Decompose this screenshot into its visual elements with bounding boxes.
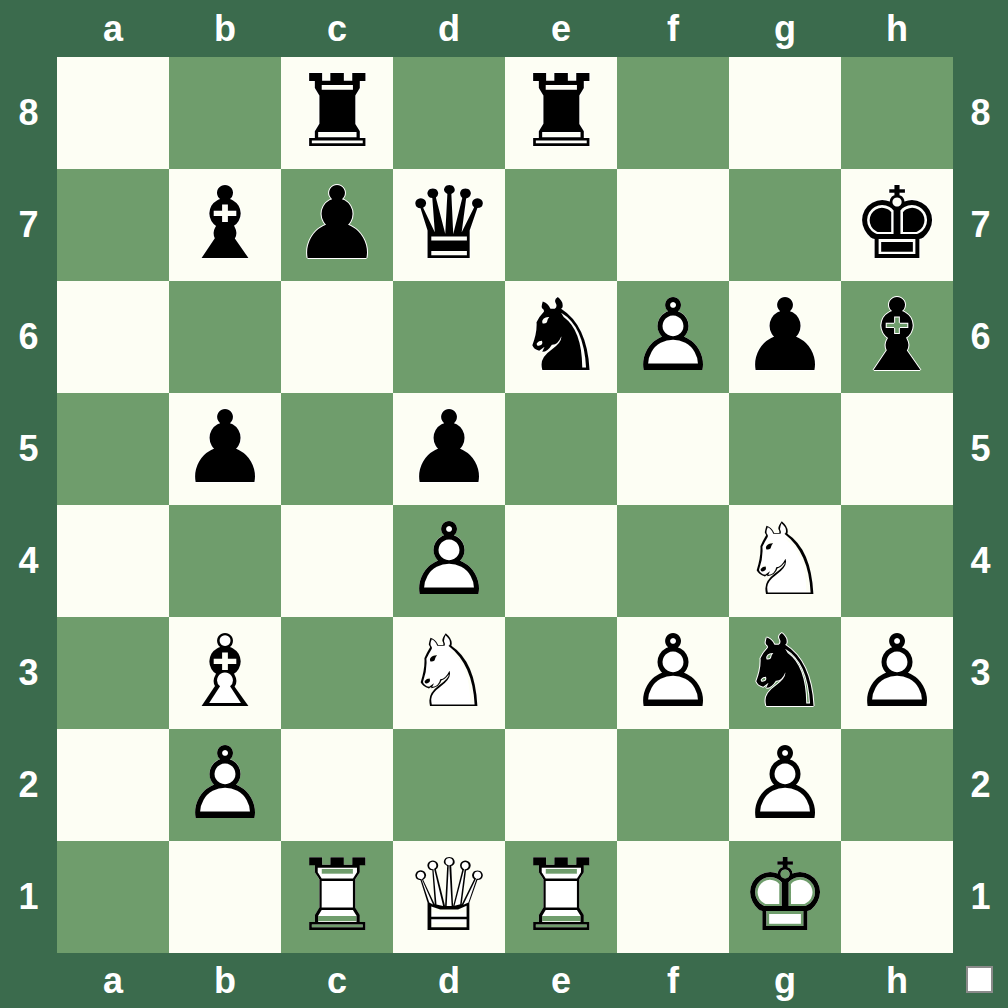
white-bishop-outline-glyph: ♗: [169, 617, 281, 729]
rank-label-4-right: 4: [953, 505, 1008, 617]
square-g4[interactable]: ♞♘: [729, 505, 841, 617]
black-bishop-glyph: ♝: [169, 169, 281, 281]
square-f3[interactable]: ♟♙: [617, 617, 729, 729]
rank-label-5-right: 5: [953, 393, 1008, 505]
square-h5[interactable]: [841, 393, 953, 505]
rank-label-3-left: 3: [0, 617, 57, 729]
square-c2[interactable]: [281, 729, 393, 841]
square-c6[interactable]: [281, 281, 393, 393]
black-pawn-g6[interactable]: ♟: [729, 281, 841, 393]
white-queen-outline-glyph: ♕: [393, 841, 505, 953]
square-g7[interactable]: [729, 169, 841, 281]
square-f6[interactable]: ♟♙: [617, 281, 729, 393]
square-e5[interactable]: [505, 393, 617, 505]
white-king-g1[interactable]: ♚♔: [729, 841, 841, 953]
square-c3[interactable]: [281, 617, 393, 729]
white-queen-d1[interactable]: ♛♕: [393, 841, 505, 953]
black-rook-c8[interactable]: ♜: [281, 57, 393, 169]
white-knight-g4[interactable]: ♞♘: [729, 505, 841, 617]
square-h8[interactable]: [841, 57, 953, 169]
square-d2[interactable]: [393, 729, 505, 841]
file-label-f-bottom: f: [617, 953, 729, 1008]
rank-labels-left: 87654321: [0, 57, 57, 953]
file-label-b-bottom: b: [169, 953, 281, 1008]
rank-label-3-right: 3: [953, 617, 1008, 729]
black-pawn-b5[interactable]: ♟: [169, 393, 281, 505]
black-queen-d7[interactable]: ♛: [393, 169, 505, 281]
square-a4[interactable]: [57, 505, 169, 617]
file-label-c-bottom: c: [281, 953, 393, 1008]
square-c7[interactable]: ♟: [281, 169, 393, 281]
square-b4[interactable]: [169, 505, 281, 617]
rank-label-1-left: 1: [0, 841, 57, 953]
square-b8[interactable]: [169, 57, 281, 169]
black-knight-g3[interactable]: ♞: [729, 617, 841, 729]
rank-label-6-right: 6: [953, 281, 1008, 393]
black-rook-e8[interactable]: ♜: [505, 57, 617, 169]
square-e2[interactable]: [505, 729, 617, 841]
chess-board: ♜♜♝♟♛♚♞♟♙♟♝♟♟♟♙♞♘♝♗♞♘♟♙♞♟♙♟♙♟♙♜♖♛♕♜♖♚♔: [57, 57, 953, 953]
square-a5[interactable]: [57, 393, 169, 505]
square-d3[interactable]: ♞♘: [393, 617, 505, 729]
square-a7[interactable]: [57, 169, 169, 281]
square-a8[interactable]: [57, 57, 169, 169]
white-pawn-outline-glyph: ♙: [617, 281, 729, 393]
square-c8[interactable]: ♜: [281, 57, 393, 169]
black-bishop-b7[interactable]: ♝: [169, 169, 281, 281]
file-label-h-bottom: h: [841, 953, 953, 1008]
square-f1[interactable]: [617, 841, 729, 953]
black-knight-glyph: ♞: [729, 617, 841, 729]
square-d7[interactable]: ♛: [393, 169, 505, 281]
file-label-d-bottom: d: [393, 953, 505, 1008]
square-b6[interactable]: [169, 281, 281, 393]
black-pawn-d5[interactable]: ♟: [393, 393, 505, 505]
square-g3[interactable]: ♞: [729, 617, 841, 729]
square-c5[interactable]: [281, 393, 393, 505]
white-king-outline-glyph: ♔: [729, 841, 841, 953]
white-pawn-outline-glyph: ♙: [729, 729, 841, 841]
file-label-f-top: f: [617, 0, 729, 57]
square-b1[interactable]: [169, 841, 281, 953]
rank-labels-right: 87654321: [953, 57, 1008, 953]
black-bishop-h6[interactable]: ♝: [841, 281, 953, 393]
square-g8[interactable]: [729, 57, 841, 169]
square-h1[interactable]: [841, 841, 953, 953]
file-labels-bottom: abcdefgh: [57, 953, 953, 1008]
rank-label-5-left: 5: [0, 393, 57, 505]
white-rook-c1[interactable]: ♜♖: [281, 841, 393, 953]
black-pawn-c7[interactable]: ♟: [281, 169, 393, 281]
white-rook-outline-glyph: ♖: [505, 841, 617, 953]
square-a6[interactable]: [57, 281, 169, 393]
file-label-e-bottom: e: [505, 953, 617, 1008]
rank-label-7-left: 7: [0, 169, 57, 281]
square-a3[interactable]: [57, 617, 169, 729]
square-e8[interactable]: ♜: [505, 57, 617, 169]
white-rook-e1[interactable]: ♜♖: [505, 841, 617, 953]
file-label-g-bottom: g: [729, 953, 841, 1008]
rank-label-6-left: 6: [0, 281, 57, 393]
square-h4[interactable]: [841, 505, 953, 617]
square-g2[interactable]: ♟♙: [729, 729, 841, 841]
black-king-glyph: ♚: [841, 169, 953, 281]
black-rook-glyph: ♜: [505, 57, 617, 169]
file-label-a-bottom: a: [57, 953, 169, 1008]
square-e1[interactable]: ♜♖: [505, 841, 617, 953]
chess-diagram: abcdefgh abcdefgh 87654321 87654321 ♜♜♝♟…: [0, 0, 1008, 1008]
square-d1[interactable]: ♛♕: [393, 841, 505, 953]
white-rook-outline-glyph: ♖: [281, 841, 393, 953]
white-pawn-outline-glyph: ♙: [841, 617, 953, 729]
file-label-d-top: d: [393, 0, 505, 57]
rank-label-8-left: 8: [0, 57, 57, 169]
square-a2[interactable]: [57, 729, 169, 841]
white-pawn-outline-glyph: ♙: [393, 505, 505, 617]
black-pawn-glyph: ♟: [169, 393, 281, 505]
rank-label-4-left: 4: [0, 505, 57, 617]
square-e4[interactable]: [505, 505, 617, 617]
white-knight-outline-glyph: ♘: [729, 505, 841, 617]
black-queen-glyph: ♛: [393, 169, 505, 281]
white-knight-outline-glyph: ♘: [393, 617, 505, 729]
square-c1[interactable]: ♜♖: [281, 841, 393, 953]
file-label-b-top: b: [169, 0, 281, 57]
black-pawn-glyph: ♟: [729, 281, 841, 393]
square-d4[interactable]: ♟♙: [393, 505, 505, 617]
square-d8[interactable]: [393, 57, 505, 169]
rank-label-2-right: 2: [953, 729, 1008, 841]
square-h6[interactable]: ♝: [841, 281, 953, 393]
square-f2[interactable]: [617, 729, 729, 841]
file-label-e-top: e: [505, 0, 617, 57]
black-rook-glyph: ♜: [281, 57, 393, 169]
square-f7[interactable]: [617, 169, 729, 281]
black-knight-glyph: ♞: [505, 281, 617, 393]
white-pawn-f3[interactable]: ♟♙: [617, 617, 729, 729]
black-king-h7[interactable]: ♚: [841, 169, 953, 281]
white-pawn-outline-glyph: ♙: [169, 729, 281, 841]
square-f4[interactable]: [617, 505, 729, 617]
white-pawn-f6[interactable]: ♟♙: [617, 281, 729, 393]
black-knight-e6[interactable]: ♞: [505, 281, 617, 393]
file-labels-top: abcdefgh: [57, 0, 953, 57]
black-bishop-glyph: ♝: [841, 281, 953, 393]
file-label-h-top: h: [841, 0, 953, 57]
rank-label-8-right: 8: [953, 57, 1008, 169]
white-knight-d3[interactable]: ♞♘: [393, 617, 505, 729]
square-h7[interactable]: ♚: [841, 169, 953, 281]
rank-label-7-right: 7: [953, 169, 1008, 281]
square-e7[interactable]: [505, 169, 617, 281]
white-to-move-indicator: [966, 966, 993, 993]
white-bishop-b3[interactable]: ♝♗: [169, 617, 281, 729]
white-pawn-g2[interactable]: ♟♙: [729, 729, 841, 841]
square-e6[interactable]: ♞: [505, 281, 617, 393]
square-g5[interactable]: [729, 393, 841, 505]
white-pawn-d4[interactable]: ♟♙: [393, 505, 505, 617]
square-b2[interactable]: ♟♙: [169, 729, 281, 841]
square-d6[interactable]: [393, 281, 505, 393]
rank-label-1-right: 1: [953, 841, 1008, 953]
square-d5[interactable]: ♟: [393, 393, 505, 505]
square-g1[interactable]: ♚♔: [729, 841, 841, 953]
black-pawn-glyph: ♟: [393, 393, 505, 505]
black-pawn-glyph: ♟: [281, 169, 393, 281]
file-label-a-top: a: [57, 0, 169, 57]
white-pawn-outline-glyph: ♙: [617, 617, 729, 729]
square-h2[interactable]: [841, 729, 953, 841]
white-pawn-h3[interactable]: ♟♙: [841, 617, 953, 729]
square-f5[interactable]: [617, 393, 729, 505]
square-f8[interactable]: [617, 57, 729, 169]
square-a1[interactable]: [57, 841, 169, 953]
file-label-c-top: c: [281, 0, 393, 57]
square-e3[interactable]: [505, 617, 617, 729]
square-b7[interactable]: ♝: [169, 169, 281, 281]
square-c4[interactable]: [281, 505, 393, 617]
file-label-g-top: g: [729, 0, 841, 57]
rank-label-2-left: 2: [0, 729, 57, 841]
square-b5[interactable]: ♟: [169, 393, 281, 505]
square-b3[interactable]: ♝♗: [169, 617, 281, 729]
square-g6[interactable]: ♟: [729, 281, 841, 393]
white-pawn-b2[interactable]: ♟♙: [169, 729, 281, 841]
square-h3[interactable]: ♟♙: [841, 617, 953, 729]
